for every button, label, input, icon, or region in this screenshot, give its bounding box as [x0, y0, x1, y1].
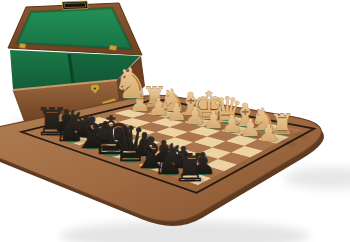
piece-black-rook-a8: ♜	[173, 145, 208, 190]
brass-plaque	[62, 1, 88, 10]
extra-white-knight-piece: ♞	[112, 59, 150, 108]
hinge-left-icon	[19, 43, 26, 49]
product-photo-scene: ♜♞♝♚♛♝♞♜♟♟♟♟♟♟♟♟♟♟♟♟♟♟♟♟♜♞♝♚♛♝♞♜♞	[0, 0, 350, 242]
piece-white-pawn-a2: ♟	[258, 119, 280, 147]
chess-set-photo: ♜♞♝♚♛♝♞♜♟♟♟♟♟♟♟♟♟♟♟♟♟♟♟♟♜♞♝♚♛♝♞♜♞	[0, 0, 350, 242]
hinge-right-icon	[109, 45, 117, 51]
keyhole-icon	[94, 87, 96, 89]
svg-text:♟: ♟	[258, 119, 280, 147]
svg-text:♜: ♜	[173, 145, 208, 190]
svg-text:♞: ♞	[112, 59, 150, 108]
